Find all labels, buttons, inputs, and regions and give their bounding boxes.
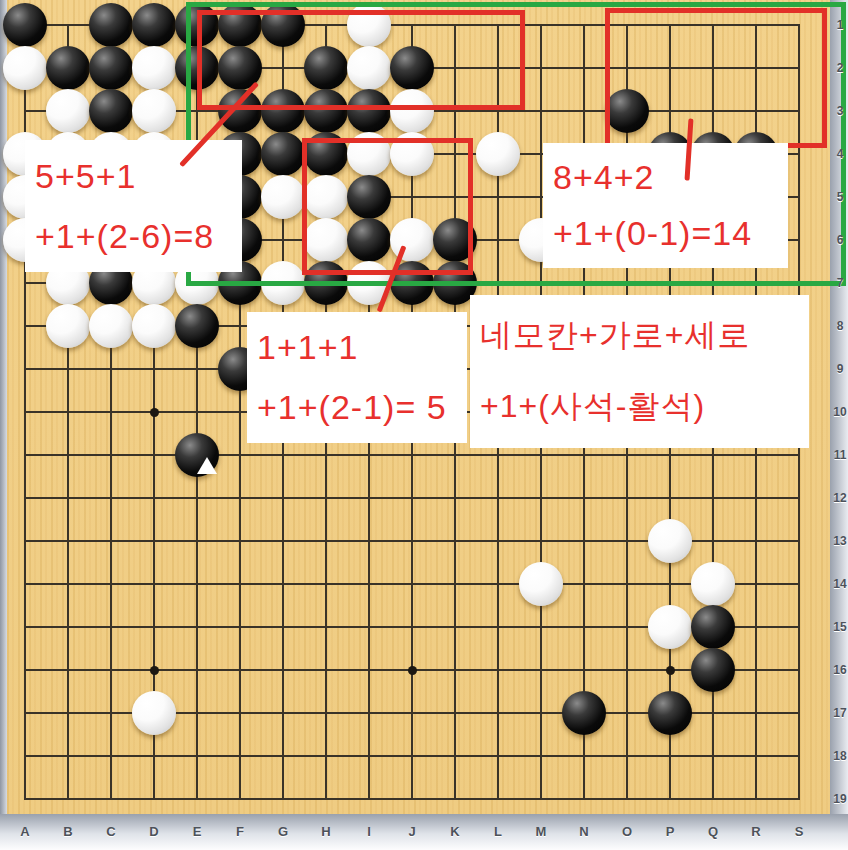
column-label: D	[144, 824, 164, 839]
stone-black[interactable]	[648, 691, 692, 735]
column-label: F	[230, 824, 250, 839]
stone-black[interactable]	[691, 605, 735, 649]
count-note-left: 5+5+1 +1+(2-6)=8	[25, 140, 242, 272]
stone-black[interactable]	[132, 3, 176, 47]
column-label: E	[187, 824, 207, 839]
stone-white[interactable]	[3, 46, 47, 90]
row-label: 13	[832, 534, 848, 548]
column-label: B	[58, 824, 78, 839]
row-label: 10	[832, 405, 848, 419]
stone-white[interactable]	[132, 46, 176, 90]
row-label: 8	[832, 319, 848, 333]
grid-line	[24, 454, 800, 456]
count-note-middle-line1: 1+1+1	[257, 328, 457, 367]
row-label: 6	[832, 233, 848, 247]
star-point	[150, 666, 159, 675]
column-label: L	[488, 824, 508, 839]
stone-black[interactable]	[89, 89, 133, 133]
stone-black[interactable]	[46, 46, 90, 90]
count-note-right: 8+4+2 +1+(0-1)=14	[543, 143, 788, 268]
stone-white[interactable]	[691, 562, 735, 606]
column-label: M	[531, 824, 551, 839]
stone-white[interactable]	[46, 304, 90, 348]
star-point	[150, 408, 159, 417]
column-label: P	[660, 824, 680, 839]
column-label: I	[359, 824, 379, 839]
row-label: 15	[832, 620, 848, 634]
column-label: Q	[703, 824, 723, 839]
stone-white[interactable]	[648, 519, 692, 563]
stone-white[interactable]	[132, 304, 176, 348]
row-label: 14	[832, 577, 848, 591]
stone-white[interactable]	[648, 605, 692, 649]
stone-black[interactable]	[175, 304, 219, 348]
count-note-left-line2: +1+(2-6)=8	[35, 217, 232, 256]
column-label: O	[617, 824, 637, 839]
row-label: 7	[832, 276, 848, 290]
row-label: 2	[832, 61, 848, 75]
formula-note-korean-line2: +1+(사석-활석)	[480, 385, 799, 429]
column-label: C	[101, 824, 121, 839]
stone-black[interactable]	[3, 3, 47, 47]
column-label: K	[445, 824, 465, 839]
row-label: 1	[832, 18, 848, 32]
formula-note-korean-line1: 네모칸+가로+세로	[480, 314, 799, 358]
formula-note-korean: 네모칸+가로+세로 +1+(사석-활석)	[470, 295, 809, 448]
stone-black[interactable]	[175, 433, 219, 477]
column-label: J	[402, 824, 422, 839]
stone-white[interactable]	[132, 89, 176, 133]
row-label: 5	[832, 190, 848, 204]
stone-black[interactable]	[562, 691, 606, 735]
row-label: 11	[832, 448, 848, 462]
grid-line	[24, 755, 800, 757]
row-label: 16	[832, 663, 848, 677]
stone-white[interactable]	[132, 691, 176, 735]
star-point	[408, 666, 417, 675]
red-territory-outline-right	[605, 8, 827, 148]
column-label: G	[273, 824, 293, 839]
row-label: 12	[832, 491, 848, 505]
count-note-middle-line2: +1+(2-1)= 5	[257, 388, 457, 427]
stone-black[interactable]	[691, 648, 735, 692]
count-note-right-line2: +1+(0-1)=14	[553, 214, 778, 253]
stone-white[interactable]	[519, 562, 563, 606]
count-note-left-line1: 5+5+1	[35, 157, 232, 196]
row-label: 17	[832, 706, 848, 720]
row-label: 4	[832, 147, 848, 161]
board-left-edge	[0, 0, 7, 814]
column-label: S	[789, 824, 809, 839]
stone-black[interactable]	[89, 46, 133, 90]
row-label: 19	[832, 792, 848, 806]
red-territory-outline-middle	[302, 138, 473, 275]
grid-line	[24, 798, 800, 800]
count-note-middle: 1+1+1 +1+(2-1)= 5	[247, 312, 467, 443]
go-app-window: 5+5+1 +1+(2-6)=8 1+1+1 +1+(2-1)= 5 8+4+2…	[0, 0, 848, 850]
row-label: 3	[832, 104, 848, 118]
stone-white[interactable]	[89, 304, 133, 348]
column-label: H	[316, 824, 336, 839]
grid-line	[24, 583, 800, 585]
stone-black[interactable]	[89, 3, 133, 47]
row-label: 9	[832, 362, 848, 376]
count-note-right-line1: 8+4+2	[553, 158, 778, 197]
triangle-marker-icon	[197, 457, 217, 474]
row-label: 18	[832, 749, 848, 763]
column-label: A	[15, 824, 35, 839]
grid-line	[24, 497, 800, 499]
star-point	[666, 666, 675, 675]
stone-white[interactable]	[46, 89, 90, 133]
column-label: N	[574, 824, 594, 839]
column-label: R	[746, 824, 766, 839]
